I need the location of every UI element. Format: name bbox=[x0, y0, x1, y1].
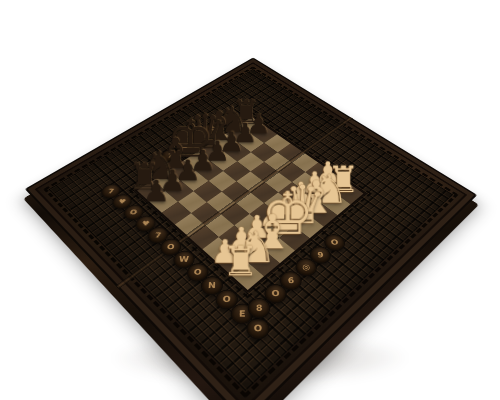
disc-carved-symbol: 8 bbox=[256, 303, 263, 312]
disc-carved-symbol: ♥ bbox=[118, 198, 127, 205]
disc-carved-symbol: ◎ bbox=[302, 263, 311, 271]
disc-carved-symbol: ♥ bbox=[141, 220, 150, 227]
disc-carved-symbol: E bbox=[239, 309, 246, 319]
disc-carved-symbol: 9 bbox=[317, 251, 324, 259]
disc-carved-symbol: 7 bbox=[154, 231, 161, 239]
disc-carved-symbol: O bbox=[167, 243, 175, 251]
disc-carved-symbol: N bbox=[208, 281, 216, 290]
disc-carved-symbol: W bbox=[179, 255, 190, 263]
black-pawn-h7: ♟ bbox=[143, 177, 170, 207]
product-photo: ♜♟♟♜♞♟♟♞♝♟♟♝♛♟♟♛♚♟♟♚♝♟♟♝♞♟♟♞♜♟♟♜ O♥O77♥O… bbox=[0, 0, 500, 400]
disc-carved-symbol: 6 bbox=[288, 276, 295, 285]
disc-carved-symbol: O bbox=[129, 209, 137, 216]
disc-carved-symbol: O bbox=[254, 324, 262, 334]
disc-carved-symbol: 7 bbox=[107, 188, 114, 195]
disc-carved-symbol: O bbox=[330, 239, 338, 247]
white-rook-h1: ♜ bbox=[222, 241, 259, 282]
disc-carved-symbol: O bbox=[194, 268, 202, 277]
disc-carved-symbol: O bbox=[223, 295, 231, 304]
disc-carved-symbol: O bbox=[271, 289, 279, 298]
